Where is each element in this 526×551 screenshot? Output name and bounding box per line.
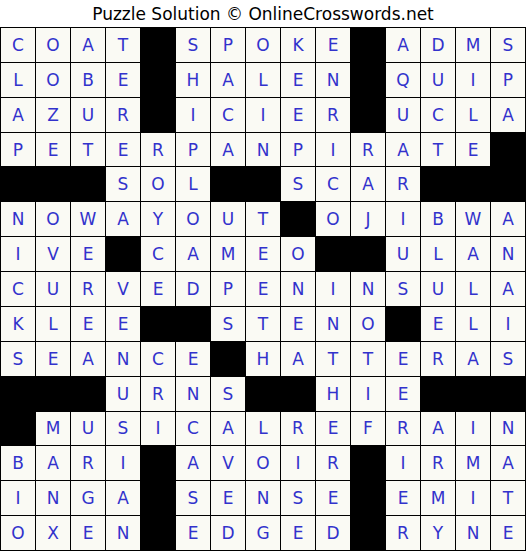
cell-r6c3: W [71, 202, 105, 236]
cell-r7c9: O [281, 237, 315, 271]
cell-r3c9: E [281, 98, 315, 132]
cell-r3c10: R [316, 98, 350, 132]
cell-r8c13: U [421, 272, 455, 306]
cell-r13c10: R [316, 446, 350, 480]
cell-r10c15: S [491, 342, 525, 376]
cell-r9c3: E [71, 307, 105, 341]
block-cell-r5c1 [1, 167, 35, 201]
cell-r13c9: I [281, 446, 315, 480]
puzzle-solution-page: Puzzle Solution © OnlineCrosswords.net C… [0, 0, 526, 551]
cell-r12c5: I [141, 412, 175, 446]
cell-r12c15: N [491, 412, 525, 446]
cell-r6c11: J [351, 202, 385, 236]
cell-r10c12: E [386, 342, 420, 376]
block-cell-r15c5 [141, 516, 175, 550]
cell-r5c6: L [176, 167, 210, 201]
cell-r14c15: T [491, 481, 525, 515]
cell-r2c14: I [456, 63, 490, 97]
cell-r1c15: S [491, 28, 525, 62]
cell-r14c8: N [246, 481, 280, 515]
cell-r7c15: N [491, 237, 525, 271]
cell-r12c9: R [281, 412, 315, 446]
cell-r6c15: A [491, 202, 525, 236]
cell-r12c8: L [246, 412, 280, 446]
cell-r11c5: R [141, 377, 175, 411]
cell-r12c7: A [211, 412, 245, 446]
block-cell-r5c2 [36, 167, 70, 201]
block-cell-r11c9 [281, 377, 315, 411]
cell-r6c4: A [106, 202, 140, 236]
cell-r3c7: C [211, 98, 245, 132]
cell-r9c8: T [246, 307, 280, 341]
cell-r12c3: U [71, 412, 105, 446]
cell-r9c14: L [456, 307, 490, 341]
block-cell-r7c11 [351, 237, 385, 271]
cell-r11c6: N [176, 377, 210, 411]
cell-r6c10: O [316, 202, 350, 236]
cell-r8c5: E [141, 272, 175, 306]
cell-r15c12: R [386, 516, 420, 550]
cell-r4c6: P [176, 133, 210, 167]
cell-r6c13: B [421, 202, 455, 236]
cell-r5c12: R [386, 167, 420, 201]
block-cell-r11c3 [71, 377, 105, 411]
block-cell-r13c11 [351, 446, 385, 480]
cell-r10c14: A [456, 342, 490, 376]
cell-r15c4: N [106, 516, 140, 550]
cell-r10c5: C [141, 342, 175, 376]
cell-r8c8: E [246, 272, 280, 306]
cell-r2c7: A [211, 63, 245, 97]
cell-r8c3: R [71, 272, 105, 306]
cell-r6c7: U [211, 202, 245, 236]
cell-r3c15: A [491, 98, 525, 132]
cell-r15c10: D [316, 516, 350, 550]
cell-r1c12: A [386, 28, 420, 62]
cell-r2c1: L [1, 63, 35, 97]
cell-r2c9: E [281, 63, 315, 97]
cell-r14c12: E [386, 481, 420, 515]
cell-r15c9: E [281, 516, 315, 550]
cell-r4c13: T [421, 133, 455, 167]
cell-r4c2: E [36, 133, 70, 167]
cell-r4c9: P [281, 133, 315, 167]
block-cell-r2c11 [351, 63, 385, 97]
cell-r6c2: O [36, 202, 70, 236]
cell-r14c10: E [316, 481, 350, 515]
block-cell-r5c7 [211, 167, 245, 201]
cell-r10c11: T [351, 342, 385, 376]
crossword-grid: COATSPOKEADMSLOBEHALENQUIPAZURICIERUCLAP… [0, 27, 526, 551]
cell-r12c11: F [351, 412, 385, 446]
cell-r5c10: C [316, 167, 350, 201]
cell-r5c9: S [281, 167, 315, 201]
cell-r9c7: S [211, 307, 245, 341]
cell-r2c13: U [421, 63, 455, 97]
block-cell-r1c11 [351, 28, 385, 62]
block-cell-r3c5 [141, 98, 175, 132]
cell-r7c14: A [456, 237, 490, 271]
block-cell-r5c3 [71, 167, 105, 201]
cell-r15c13: Y [421, 516, 455, 550]
cell-r1c8: O [246, 28, 280, 62]
cell-r13c7: V [211, 446, 245, 480]
cell-r12c10: E [316, 412, 350, 446]
cell-r4c5: R [141, 133, 175, 167]
cell-r1c10: E [316, 28, 350, 62]
cell-r2c8: L [246, 63, 280, 97]
cell-r10c9: A [281, 342, 315, 376]
cell-r2c4: E [106, 63, 140, 97]
cell-r7c12: U [386, 237, 420, 271]
block-cell-r9c12 [386, 307, 420, 341]
cell-r8c10: I [316, 272, 350, 306]
cell-r12c14: I [456, 412, 490, 446]
cell-r3c3: U [71, 98, 105, 132]
cell-r13c3: R [71, 446, 105, 480]
cell-r13c15: A [491, 446, 525, 480]
cell-r7c1: I [1, 237, 35, 271]
cell-r12c4: S [106, 412, 140, 446]
cell-r10c8: H [246, 342, 280, 376]
block-cell-r12c1 [1, 412, 35, 446]
cell-r7c7: M [211, 237, 245, 271]
cell-r10c6: E [176, 342, 210, 376]
cell-r4c8: N [246, 133, 280, 167]
block-cell-r7c10 [316, 237, 350, 271]
cell-r3c4: R [106, 98, 140, 132]
cell-r12c12: R [386, 412, 420, 446]
block-cell-r14c5 [141, 481, 175, 515]
cell-r7c8: E [246, 237, 280, 271]
cell-r3c6: I [176, 98, 210, 132]
cell-r1c4: T [106, 28, 140, 62]
cell-r8c2: U [36, 272, 70, 306]
cell-r5c4: S [106, 167, 140, 201]
cell-r10c1: S [1, 342, 35, 376]
cell-r13c13: R [421, 446, 455, 480]
cell-r15c6: E [176, 516, 210, 550]
block-cell-r3c11 [351, 98, 385, 132]
cell-r6c5: Y [141, 202, 175, 236]
cell-r12c13: A [421, 412, 455, 446]
block-cell-r10c7 [211, 342, 245, 376]
cell-r4c7: A [211, 133, 245, 167]
cell-r5c5: O [141, 167, 175, 201]
cell-r8c7: P [211, 272, 245, 306]
cell-r13c12: I [386, 446, 420, 480]
cell-r13c14: M [456, 446, 490, 480]
block-cell-r13c5 [141, 446, 175, 480]
cell-r2c2: O [36, 63, 70, 97]
cell-r10c3: A [71, 342, 105, 376]
block-cell-r11c1 [1, 377, 35, 411]
cell-r8c6: D [176, 272, 210, 306]
page-title: Puzzle Solution © OnlineCrosswords.net [0, 0, 526, 27]
cell-r1c9: K [281, 28, 315, 62]
cell-r14c7: E [211, 481, 245, 515]
block-cell-r11c8 [246, 377, 280, 411]
cell-r12c6: C [176, 412, 210, 446]
cell-r11c7: S [211, 377, 245, 411]
cell-r14c6: S [176, 481, 210, 515]
cell-r1c3: A [71, 28, 105, 62]
block-cell-r7c4 [106, 237, 140, 271]
cell-r14c2: N [36, 481, 70, 515]
cell-r15c7: D [211, 516, 245, 550]
cell-r3c2: Z [36, 98, 70, 132]
cell-r3c1: A [1, 98, 35, 132]
cell-r15c14: N [456, 516, 490, 550]
block-cell-r5c8 [246, 167, 280, 201]
cell-r2c3: B [71, 63, 105, 97]
cell-r12c2: M [36, 412, 70, 446]
block-cell-r4c15 [491, 133, 525, 167]
cell-r1c14: M [456, 28, 490, 62]
block-cell-r11c2 [36, 377, 70, 411]
cell-r15c8: G [246, 516, 280, 550]
cell-r8c4: V [106, 272, 140, 306]
cell-r13c2: A [36, 446, 70, 480]
cell-r8c15: A [491, 272, 525, 306]
cell-r1c6: S [176, 28, 210, 62]
cell-r6c12: I [386, 202, 420, 236]
cell-r2c6: H [176, 63, 210, 97]
cell-r1c2: O [36, 28, 70, 62]
cell-r11c10: H [316, 377, 350, 411]
cell-r4c10: I [316, 133, 350, 167]
cell-r8c11: N [351, 272, 385, 306]
cell-r14c14: I [456, 481, 490, 515]
cell-r13c6: A [176, 446, 210, 480]
cell-r15c15: E [491, 516, 525, 550]
block-cell-r9c6 [176, 307, 210, 341]
block-cell-r11c14 [456, 377, 490, 411]
cell-r1c7: P [211, 28, 245, 62]
cell-r2c12: Q [386, 63, 420, 97]
cell-r13c8: O [246, 446, 280, 480]
cell-r14c1: I [1, 481, 35, 515]
cell-r4c4: E [106, 133, 140, 167]
cell-r2c15: P [491, 63, 525, 97]
cell-r8c14: L [456, 272, 490, 306]
cell-r9c11: O [351, 307, 385, 341]
cell-r4c3: T [71, 133, 105, 167]
cell-r10c2: E [36, 342, 70, 376]
cell-r13c4: I [106, 446, 140, 480]
cell-r9c1: K [1, 307, 35, 341]
cell-r3c14: L [456, 98, 490, 132]
cell-r15c3: E [71, 516, 105, 550]
cell-r6c14: W [456, 202, 490, 236]
cell-r1c13: D [421, 28, 455, 62]
cell-r4c11: R [351, 133, 385, 167]
cell-r3c12: U [386, 98, 420, 132]
cell-r10c10: T [316, 342, 350, 376]
cell-r6c8: T [246, 202, 280, 236]
cell-r9c4: E [106, 307, 140, 341]
cell-r6c6: O [176, 202, 210, 236]
cell-r4c14: E [456, 133, 490, 167]
cell-r8c12: S [386, 272, 420, 306]
cell-r9c10: N [316, 307, 350, 341]
block-cell-r5c14 [456, 167, 490, 201]
block-cell-r11c13 [421, 377, 455, 411]
cell-r1c1: C [1, 28, 35, 62]
cell-r14c9: S [281, 481, 315, 515]
cell-r4c1: P [1, 133, 35, 167]
cell-r11c11: I [351, 377, 385, 411]
block-cell-r11c15 [491, 377, 525, 411]
cell-r14c4: A [106, 481, 140, 515]
cell-r6c1: N [1, 202, 35, 236]
cell-r11c4: U [106, 377, 140, 411]
cell-r10c4: N [106, 342, 140, 376]
cell-r15c1: O [1, 516, 35, 550]
block-cell-r5c13 [421, 167, 455, 201]
cell-r7c13: L [421, 237, 455, 271]
cell-r13c1: B [1, 446, 35, 480]
cell-r8c1: C [1, 272, 35, 306]
block-cell-r15c11 [351, 516, 385, 550]
cell-r14c13: M [421, 481, 455, 515]
block-cell-r5c15 [491, 167, 525, 201]
cell-r10c13: R [421, 342, 455, 376]
block-cell-r9c5 [141, 307, 175, 341]
cell-r3c13: C [421, 98, 455, 132]
block-cell-r14c11 [351, 481, 385, 515]
block-cell-r1c5 [141, 28, 175, 62]
cell-r4c12: A [386, 133, 420, 167]
cell-r5c11: A [351, 167, 385, 201]
block-cell-r2c5 [141, 63, 175, 97]
cell-r7c2: V [36, 237, 70, 271]
cell-r9c15: I [491, 307, 525, 341]
cell-r9c9: E [281, 307, 315, 341]
cell-r9c2: L [36, 307, 70, 341]
block-cell-r6c9 [281, 202, 315, 236]
cell-r11c12: E [386, 377, 420, 411]
cell-r7c5: C [141, 237, 175, 271]
cell-r9c13: E [421, 307, 455, 341]
cell-r3c8: I [246, 98, 280, 132]
cell-r15c2: X [36, 516, 70, 550]
cell-r7c3: E [71, 237, 105, 271]
cell-r8c9: N [281, 272, 315, 306]
cell-r2c10: N [316, 63, 350, 97]
cell-r7c6: A [176, 237, 210, 271]
cell-r14c3: G [71, 481, 105, 515]
